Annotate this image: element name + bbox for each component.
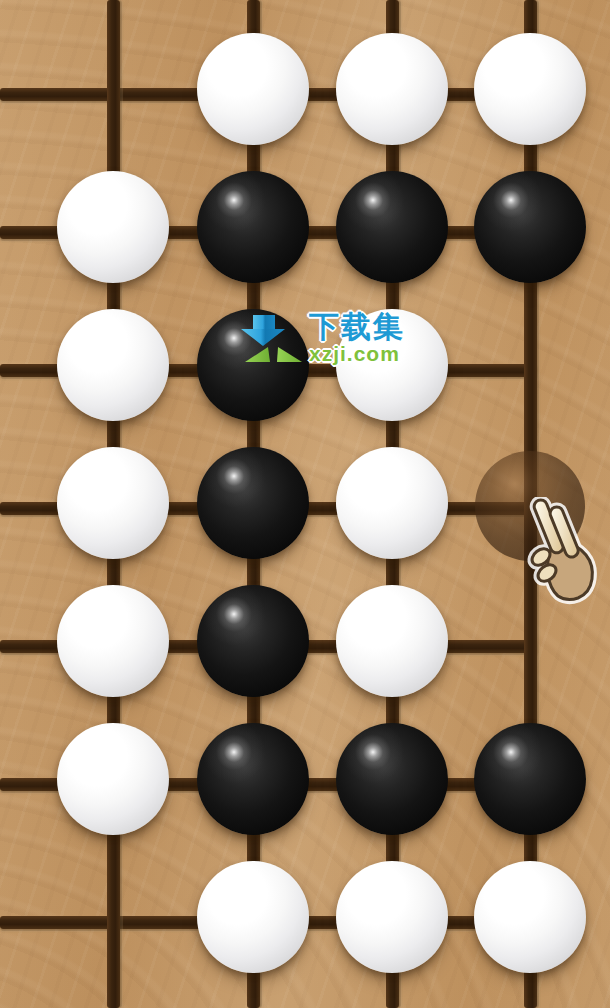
black-stone[interactable] bbox=[197, 585, 309, 697]
logo-x-base-icon bbox=[245, 347, 302, 362]
white-stone[interactable] bbox=[474, 33, 586, 145]
white-stone[interactable] bbox=[336, 33, 448, 145]
xzji-logo-icon bbox=[241, 315, 303, 363]
watermark: 下载集 xzji.com bbox=[241, 312, 405, 364]
black-stone[interactable] bbox=[474, 171, 586, 283]
watermark-site-name: 下载集 bbox=[309, 312, 405, 342]
white-stone[interactable] bbox=[336, 447, 448, 559]
black-stone[interactable] bbox=[197, 171, 309, 283]
white-stone[interactable] bbox=[336, 861, 448, 973]
black-stone[interactable] bbox=[336, 171, 448, 283]
black-stone[interactable] bbox=[197, 447, 309, 559]
white-stone[interactable] bbox=[336, 585, 448, 697]
white-stone[interactable] bbox=[197, 861, 309, 973]
go-game-screenshot: 下载集 xzji.com bbox=[0, 0, 610, 1008]
white-stone[interactable] bbox=[57, 585, 169, 697]
white-stone[interactable] bbox=[197, 33, 309, 145]
logo-down-arrow-icon bbox=[241, 315, 285, 346]
white-stone[interactable] bbox=[57, 723, 169, 835]
black-stone[interactable] bbox=[474, 723, 586, 835]
white-stone[interactable] bbox=[57, 171, 169, 283]
black-stone[interactable] bbox=[197, 723, 309, 835]
watermark-site-url: xzji.com bbox=[309, 343, 405, 364]
hand-cursor-icon bbox=[524, 497, 604, 609]
black-stone[interactable] bbox=[336, 723, 448, 835]
white-stone[interactable] bbox=[57, 309, 169, 421]
white-stone[interactable] bbox=[57, 447, 169, 559]
white-stone[interactable] bbox=[474, 861, 586, 973]
